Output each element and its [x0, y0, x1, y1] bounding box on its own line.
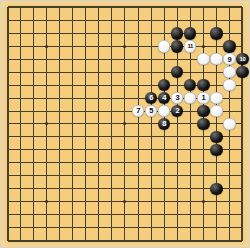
intersection[interactable] — [27, 66, 40, 79]
intersection[interactable]: 1 — [197, 92, 210, 105]
intersection[interactable] — [158, 66, 171, 79]
intersection[interactable] — [184, 79, 197, 92]
intersection[interactable] — [66, 169, 79, 182]
intersection[interactable] — [1, 234, 14, 247]
intersection[interactable] — [105, 221, 118, 234]
intersection[interactable] — [197, 27, 210, 40]
intersection[interactable] — [158, 40, 171, 53]
intersection[interactable] — [105, 130, 118, 143]
intersection[interactable] — [40, 182, 53, 195]
go-board[interactable]: 1191064317528 — [0, 0, 250, 248]
intersection[interactable] — [197, 208, 210, 221]
intersection[interactable] — [171, 169, 184, 182]
intersection[interactable] — [27, 1, 40, 14]
intersection[interactable] — [210, 234, 223, 247]
intersection[interactable] — [105, 169, 118, 182]
intersection[interactable] — [105, 1, 118, 14]
intersection[interactable] — [40, 40, 53, 53]
intersection[interactable] — [184, 130, 197, 143]
intersection[interactable] — [105, 105, 118, 118]
intersection[interactable] — [236, 40, 249, 53]
intersection[interactable] — [184, 221, 197, 234]
intersection[interactable]: 11 — [184, 40, 197, 53]
intersection[interactable] — [118, 169, 131, 182]
intersection[interactable] — [118, 40, 131, 53]
intersection[interactable] — [66, 195, 79, 208]
intersection[interactable] — [197, 66, 210, 79]
intersection[interactable] — [158, 182, 171, 195]
intersection[interactable] — [184, 66, 197, 79]
intersection[interactable] — [184, 195, 197, 208]
intersection[interactable] — [66, 1, 79, 14]
intersection[interactable] — [40, 118, 53, 131]
intersection[interactable] — [171, 182, 184, 195]
intersection[interactable] — [79, 1, 92, 14]
intersection[interactable] — [223, 118, 236, 131]
intersection[interactable] — [184, 1, 197, 14]
intersection[interactable] — [145, 169, 158, 182]
intersection[interactable] — [79, 14, 92, 27]
intersection[interactable] — [79, 53, 92, 66]
intersection[interactable] — [171, 66, 184, 79]
intersection[interactable] — [223, 27, 236, 40]
intersection[interactable] — [118, 143, 131, 156]
intersection[interactable] — [223, 169, 236, 182]
intersection[interactable] — [40, 27, 53, 40]
intersection[interactable] — [118, 1, 131, 14]
intersection[interactable] — [40, 53, 53, 66]
intersection[interactable] — [40, 92, 53, 105]
intersection[interactable] — [40, 221, 53, 234]
intersection[interactable] — [14, 27, 27, 40]
intersection[interactable] — [105, 40, 118, 53]
intersection[interactable] — [145, 79, 158, 92]
intersection[interactable] — [158, 1, 171, 14]
intersection[interactable] — [53, 156, 66, 169]
intersection[interactable] — [184, 105, 197, 118]
intersection[interactable] — [118, 105, 131, 118]
intersection[interactable] — [171, 143, 184, 156]
intersection[interactable] — [40, 156, 53, 169]
intersection[interactable] — [118, 182, 131, 195]
intersection[interactable] — [210, 1, 223, 14]
intersection[interactable] — [53, 53, 66, 66]
intersection[interactable] — [92, 182, 105, 195]
intersection[interactable] — [1, 27, 14, 40]
intersection[interactable] — [197, 195, 210, 208]
intersection[interactable] — [1, 221, 14, 234]
intersection[interactable] — [53, 14, 66, 27]
intersection[interactable] — [223, 221, 236, 234]
intersection[interactable] — [171, 27, 184, 40]
intersection[interactable] — [236, 221, 249, 234]
intersection[interactable] — [210, 195, 223, 208]
intersection[interactable] — [92, 40, 105, 53]
intersection[interactable] — [40, 143, 53, 156]
intersection[interactable] — [14, 143, 27, 156]
intersection[interactable] — [14, 105, 27, 118]
intersection[interactable] — [27, 221, 40, 234]
intersection[interactable] — [79, 105, 92, 118]
intersection[interactable] — [105, 66, 118, 79]
intersection[interactable]: 2 — [171, 105, 184, 118]
intersection[interactable] — [53, 182, 66, 195]
intersection[interactable] — [132, 118, 145, 131]
intersection[interactable] — [27, 234, 40, 247]
intersection[interactable] — [1, 143, 14, 156]
intersection[interactable] — [118, 92, 131, 105]
intersection[interactable] — [158, 53, 171, 66]
intersection[interactable] — [132, 79, 145, 92]
intersection[interactable] — [145, 208, 158, 221]
intersection[interactable] — [40, 79, 53, 92]
intersection[interactable] — [210, 182, 223, 195]
intersection[interactable] — [158, 105, 171, 118]
intersection[interactable] — [118, 208, 131, 221]
intersection[interactable] — [27, 27, 40, 40]
intersection[interactable] — [210, 130, 223, 143]
intersection[interactable] — [53, 195, 66, 208]
intersection[interactable] — [1, 195, 14, 208]
intersection[interactable] — [27, 14, 40, 27]
intersection[interactable] — [145, 40, 158, 53]
intersection[interactable] — [1, 66, 14, 79]
intersection[interactable] — [145, 118, 158, 131]
intersection[interactable] — [40, 130, 53, 143]
intersection[interactable] — [1, 156, 14, 169]
intersection[interactable] — [158, 195, 171, 208]
intersection[interactable] — [197, 53, 210, 66]
intersection[interactable]: 5 — [145, 105, 158, 118]
intersection[interactable] — [40, 234, 53, 247]
intersection[interactable] — [53, 1, 66, 14]
intersection[interactable] — [223, 1, 236, 14]
intersection[interactable] — [1, 208, 14, 221]
intersection[interactable] — [118, 130, 131, 143]
intersection[interactable] — [236, 234, 249, 247]
intersection[interactable] — [105, 118, 118, 131]
intersection[interactable] — [132, 1, 145, 14]
intersection[interactable] — [92, 221, 105, 234]
intersection[interactable] — [223, 79, 236, 92]
intersection[interactable] — [184, 234, 197, 247]
intersection[interactable] — [92, 79, 105, 92]
intersection[interactable] — [14, 1, 27, 14]
intersection[interactable] — [1, 1, 14, 14]
intersection[interactable] — [27, 143, 40, 156]
intersection[interactable] — [171, 221, 184, 234]
intersection[interactable] — [79, 234, 92, 247]
intersection[interactable] — [210, 27, 223, 40]
intersection[interactable] — [210, 118, 223, 131]
intersection[interactable] — [105, 14, 118, 27]
intersection[interactable] — [92, 105, 105, 118]
intersection[interactable] — [1, 53, 14, 66]
intersection[interactable] — [223, 182, 236, 195]
intersection[interactable] — [118, 156, 131, 169]
intersection[interactable] — [92, 1, 105, 14]
intersection[interactable] — [53, 130, 66, 143]
intersection[interactable] — [210, 92, 223, 105]
intersection[interactable] — [171, 40, 184, 53]
intersection[interactable] — [236, 92, 249, 105]
intersection[interactable] — [92, 130, 105, 143]
intersection[interactable] — [197, 105, 210, 118]
intersection[interactable] — [171, 234, 184, 247]
intersection[interactable] — [158, 130, 171, 143]
intersection[interactable] — [14, 118, 27, 131]
intersection[interactable] — [53, 143, 66, 156]
intersection[interactable] — [53, 79, 66, 92]
intersection[interactable] — [118, 27, 131, 40]
intersection[interactable] — [145, 14, 158, 27]
intersection[interactable] — [14, 195, 27, 208]
intersection[interactable] — [79, 208, 92, 221]
intersection[interactable] — [171, 53, 184, 66]
intersection[interactable] — [210, 79, 223, 92]
intersection[interactable] — [27, 53, 40, 66]
intersection[interactable] — [118, 118, 131, 131]
intersection[interactable] — [223, 14, 236, 27]
intersection[interactable] — [236, 66, 249, 79]
intersection[interactable] — [53, 221, 66, 234]
intersection[interactable] — [184, 14, 197, 27]
intersection[interactable] — [145, 143, 158, 156]
intersection[interactable] — [79, 156, 92, 169]
intersection[interactable] — [53, 105, 66, 118]
intersection[interactable] — [14, 156, 27, 169]
intersection[interactable] — [27, 169, 40, 182]
intersection[interactable]: 4 — [158, 92, 171, 105]
intersection[interactable] — [79, 143, 92, 156]
intersection[interactable] — [105, 208, 118, 221]
intersection[interactable] — [158, 221, 171, 234]
intersection[interactable] — [118, 234, 131, 247]
intersection[interactable] — [236, 79, 249, 92]
intersection[interactable] — [132, 130, 145, 143]
intersection[interactable] — [223, 40, 236, 53]
intersection[interactable] — [92, 92, 105, 105]
intersection[interactable] — [223, 66, 236, 79]
intersection[interactable] — [236, 156, 249, 169]
intersection[interactable] — [66, 143, 79, 156]
intersection[interactable] — [145, 234, 158, 247]
intersection[interactable] — [14, 53, 27, 66]
intersection[interactable] — [132, 234, 145, 247]
intersection[interactable] — [105, 92, 118, 105]
intersection[interactable] — [53, 27, 66, 40]
intersection[interactable] — [40, 14, 53, 27]
intersection[interactable] — [27, 182, 40, 195]
intersection[interactable] — [1, 169, 14, 182]
intersection[interactable] — [184, 208, 197, 221]
intersection[interactable] — [158, 143, 171, 156]
intersection[interactable] — [132, 40, 145, 53]
intersection[interactable] — [118, 195, 131, 208]
intersection[interactable] — [27, 130, 40, 143]
intersection[interactable] — [132, 221, 145, 234]
intersection[interactable] — [53, 118, 66, 131]
intersection[interactable] — [184, 143, 197, 156]
intersection[interactable] — [105, 195, 118, 208]
intersection[interactable] — [145, 221, 158, 234]
intersection[interactable]: 3 — [171, 92, 184, 105]
intersection[interactable] — [236, 169, 249, 182]
intersection[interactable] — [79, 66, 92, 79]
intersection[interactable] — [145, 130, 158, 143]
intersection[interactable] — [27, 105, 40, 118]
intersection[interactable] — [158, 156, 171, 169]
intersection[interactable] — [184, 182, 197, 195]
intersection[interactable] — [223, 92, 236, 105]
intersection[interactable] — [184, 92, 197, 105]
intersection[interactable] — [132, 208, 145, 221]
intersection[interactable] — [1, 14, 14, 27]
intersection[interactable] — [92, 66, 105, 79]
intersection[interactable] — [223, 234, 236, 247]
intersection[interactable] — [79, 182, 92, 195]
intersection[interactable] — [79, 195, 92, 208]
intersection[interactable] — [105, 79, 118, 92]
intersection[interactable] — [210, 40, 223, 53]
intersection[interactable] — [14, 66, 27, 79]
intersection[interactable] — [132, 156, 145, 169]
intersection[interactable] — [197, 169, 210, 182]
intersection[interactable] — [171, 208, 184, 221]
intersection[interactable] — [158, 234, 171, 247]
intersection[interactable] — [1, 130, 14, 143]
intersection[interactable] — [184, 169, 197, 182]
intersection[interactable] — [92, 234, 105, 247]
intersection[interactable] — [223, 195, 236, 208]
intersection[interactable] — [14, 182, 27, 195]
intersection[interactable] — [210, 169, 223, 182]
intersection[interactable]: 6 — [145, 92, 158, 105]
intersection[interactable] — [210, 14, 223, 27]
intersection[interactable] — [79, 92, 92, 105]
intersection[interactable]: 10 — [236, 53, 249, 66]
intersection[interactable] — [184, 53, 197, 66]
intersection[interactable]: 7 — [132, 105, 145, 118]
intersection[interactable] — [40, 66, 53, 79]
intersection[interactable] — [171, 156, 184, 169]
intersection[interactable] — [27, 195, 40, 208]
intersection[interactable] — [236, 118, 249, 131]
intersection[interactable] — [197, 118, 210, 131]
intersection[interactable] — [184, 27, 197, 40]
intersection[interactable] — [197, 156, 210, 169]
intersection[interactable] — [79, 40, 92, 53]
intersection[interactable] — [197, 14, 210, 27]
intersection[interactable] — [158, 169, 171, 182]
intersection[interactable] — [145, 27, 158, 40]
intersection[interactable] — [118, 221, 131, 234]
intersection[interactable] — [79, 118, 92, 131]
intersection[interactable] — [236, 14, 249, 27]
intersection[interactable] — [236, 143, 249, 156]
intersection[interactable] — [53, 66, 66, 79]
intersection[interactable] — [66, 156, 79, 169]
intersection[interactable] — [14, 130, 27, 143]
intersection[interactable] — [171, 79, 184, 92]
intersection[interactable] — [118, 66, 131, 79]
intersection[interactable] — [171, 14, 184, 27]
intersection[interactable] — [66, 118, 79, 131]
intersection[interactable] — [210, 208, 223, 221]
intersection[interactable] — [92, 27, 105, 40]
intersection[interactable] — [223, 130, 236, 143]
intersection[interactable] — [79, 79, 92, 92]
intersection[interactable] — [14, 40, 27, 53]
intersection[interactable] — [79, 27, 92, 40]
intersection[interactable] — [132, 14, 145, 27]
intersection[interactable] — [236, 195, 249, 208]
intersection[interactable] — [132, 169, 145, 182]
intersection[interactable] — [27, 156, 40, 169]
intersection[interactable] — [223, 143, 236, 156]
intersection[interactable] — [14, 234, 27, 247]
intersection[interactable] — [92, 53, 105, 66]
intersection[interactable] — [1, 105, 14, 118]
intersection[interactable] — [197, 130, 210, 143]
intersection[interactable] — [53, 208, 66, 221]
intersection[interactable] — [223, 208, 236, 221]
intersection[interactable] — [79, 221, 92, 234]
intersection[interactable] — [197, 182, 210, 195]
intersection[interactable] — [145, 195, 158, 208]
intersection[interactable] — [223, 105, 236, 118]
intersection[interactable] — [132, 182, 145, 195]
intersection[interactable] — [40, 1, 53, 14]
intersection[interactable] — [171, 1, 184, 14]
intersection[interactable] — [236, 105, 249, 118]
intersection[interactable] — [118, 53, 131, 66]
intersection[interactable] — [197, 234, 210, 247]
intersection[interactable] — [171, 195, 184, 208]
intersection[interactable] — [40, 208, 53, 221]
intersection[interactable] — [27, 40, 40, 53]
intersection[interactable] — [14, 208, 27, 221]
intersection[interactable] — [132, 27, 145, 40]
intersection[interactable] — [66, 79, 79, 92]
intersection[interactable] — [158, 27, 171, 40]
intersection[interactable] — [66, 182, 79, 195]
intersection[interactable] — [14, 169, 27, 182]
intersection[interactable] — [66, 208, 79, 221]
intersection[interactable] — [145, 1, 158, 14]
intersection[interactable] — [1, 79, 14, 92]
intersection[interactable] — [184, 118, 197, 131]
intersection[interactable] — [92, 14, 105, 27]
intersection[interactable] — [145, 156, 158, 169]
intersection[interactable] — [210, 53, 223, 66]
intersection[interactable] — [27, 118, 40, 131]
intersection[interactable] — [158, 14, 171, 27]
intersection[interactable] — [105, 156, 118, 169]
intersection[interactable] — [1, 182, 14, 195]
intersection[interactable] — [145, 66, 158, 79]
intersection[interactable] — [197, 1, 210, 14]
intersection[interactable] — [66, 92, 79, 105]
intersection[interactable] — [210, 156, 223, 169]
intersection[interactable] — [40, 169, 53, 182]
intersection[interactable] — [145, 182, 158, 195]
intersection[interactable] — [92, 208, 105, 221]
intersection[interactable] — [184, 156, 197, 169]
intersection[interactable] — [14, 14, 27, 27]
intersection[interactable] — [66, 27, 79, 40]
intersection[interactable]: 9 — [223, 53, 236, 66]
